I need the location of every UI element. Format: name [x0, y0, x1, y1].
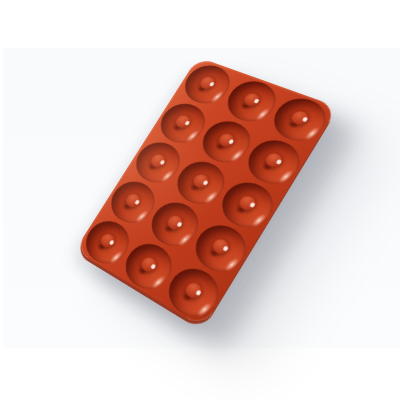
cavity-nub	[139, 255, 158, 274]
cavity-nub	[242, 92, 262, 108]
cavity-nub	[149, 153, 167, 169]
cavity-nub	[174, 114, 193, 130]
cavity-nub	[98, 232, 116, 250]
cavity-nub	[165, 213, 185, 231]
cavity-nub	[237, 194, 258, 213]
cavity-nub	[191, 172, 211, 189]
cavity-nub	[183, 281, 204, 301]
photo-canvas	[0, 0, 400, 400]
cavity-nub	[263, 151, 284, 169]
cavity-nub	[124, 192, 142, 209]
cavity-nub	[198, 75, 217, 90]
cavity-nub	[217, 132, 237, 149]
cavity-nub	[289, 109, 310, 126]
cavity-nub	[210, 237, 231, 256]
